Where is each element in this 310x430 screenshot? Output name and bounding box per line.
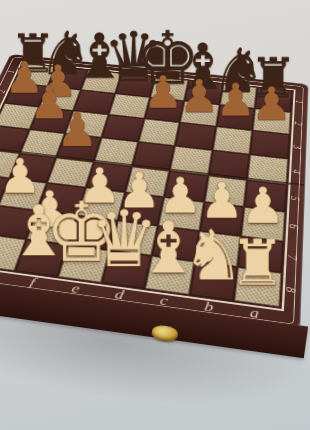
board-grid: ♜♞♝♛♚♝♞♜♟♟♟♟♟♟♟♟♟♟♟♟♟♟♟♟♝♚♛♝♞♜ xyxy=(0,63,293,308)
square-e3[interactable] xyxy=(102,115,143,141)
piece-dark-pawn-c2[interactable]: ♟ xyxy=(179,74,219,119)
pawn-icon: ♟ xyxy=(241,181,286,231)
board-perspective-wrap: hgfedcba 12345678 12345678 hgfedcba ♜♞♝♛… xyxy=(0,0,302,340)
photo-background: hgfedcba 12345678 12345678 hgfedcba ♜♞♝♛… xyxy=(0,0,310,430)
square-b3[interactable] xyxy=(213,127,252,154)
square-d3[interactable] xyxy=(138,119,179,145)
piece-dark-pawn-a2[interactable]: ♟ xyxy=(251,81,292,126)
pawn-icon: ♟ xyxy=(251,81,292,126)
pawn-icon: ♟ xyxy=(215,77,255,122)
square-a2[interactable]: ♟ xyxy=(253,109,290,135)
piece-dark-pawn-d2[interactable]: ♟ xyxy=(143,70,183,115)
square-c3[interactable] xyxy=(175,123,215,150)
piece-dark-pawn-b2[interactable]: ♟ xyxy=(215,77,255,122)
pawn-icon: ♟ xyxy=(56,106,98,153)
rook-icon: ♜ xyxy=(230,232,286,295)
piece-dark-pawn-f4[interactable]: ♟ xyxy=(56,106,98,153)
pawn-icon: ♟ xyxy=(179,74,219,119)
pawn-icon: ♟ xyxy=(143,70,183,115)
piece-light-pawn-a6[interactable]: ♟ xyxy=(241,181,286,231)
piece-light-rook-a8[interactable]: ♜ xyxy=(230,232,286,295)
square-b2[interactable]: ♟ xyxy=(217,105,255,130)
square-a3[interactable] xyxy=(251,131,290,158)
square-d2[interactable]: ♟ xyxy=(144,97,183,122)
square-a8[interactable]: ♜ xyxy=(235,268,281,307)
rank-label-4: 4 xyxy=(285,158,304,186)
square-c2[interactable]: ♟ xyxy=(180,101,219,126)
chess-board: hgfedcba 12345678 12345678 hgfedcba ♜♞♝♛… xyxy=(0,54,308,329)
